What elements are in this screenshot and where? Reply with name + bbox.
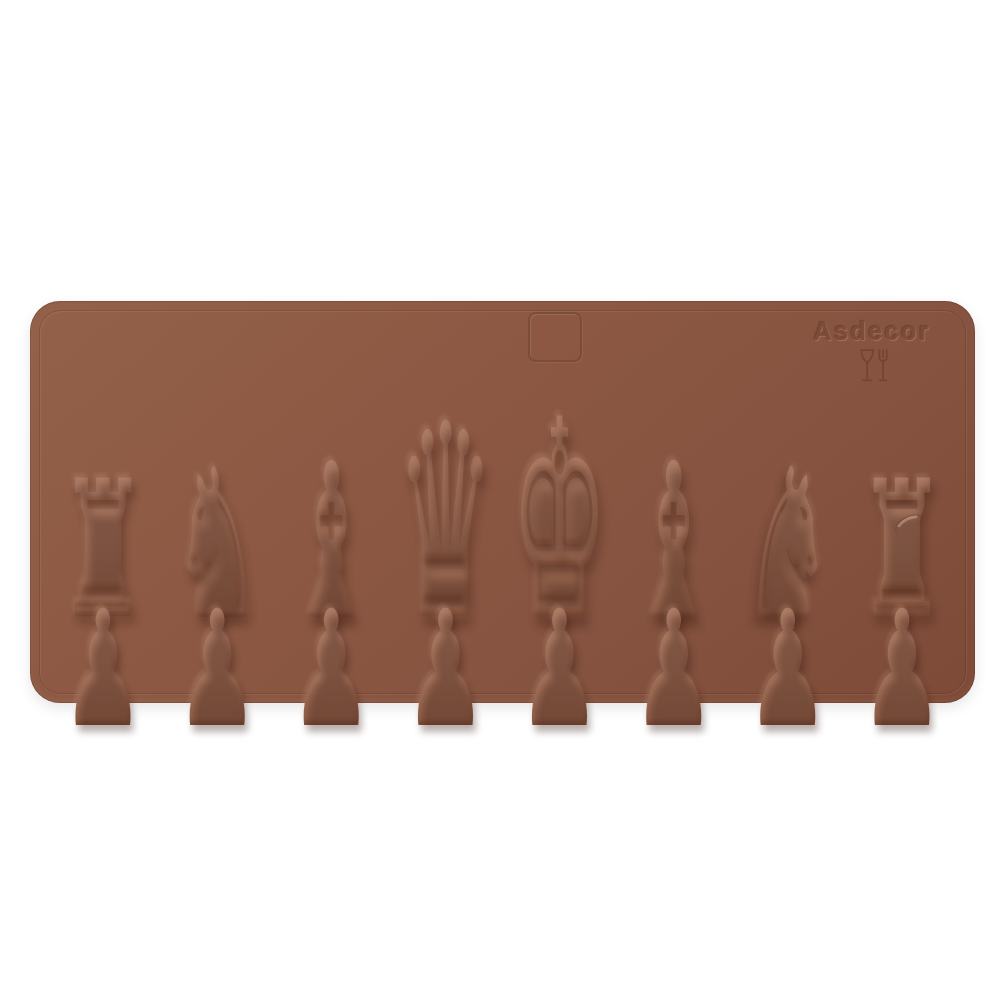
pawn-cavity: ♟ [62,590,144,751]
pawn-cavity: ♟ [176,590,258,751]
pawn-cavity: ♟ [518,590,600,751]
pawn-cavity: ♟ [632,590,714,751]
pawn-cavity: ♟ [747,590,829,751]
hanging-tab [528,312,582,362]
pawn-cavity: ♟ [861,590,943,751]
food-safe-wine-glass-and-fork-icon [857,348,889,384]
pawn-cavity: ♟ [404,590,486,751]
brand-logo-text: Asdecor [813,317,931,346]
chocolate-mold-tray: Asdecor ♜♞♝♛♚♝♞♜ ♟♟♟♟♟♟♟♟ [30,301,975,703]
pawn-cavity: ♟ [290,590,372,751]
product-photo-background: Asdecor ♜♞♝♛♚♝♞♜ ♟♟♟♟♟♟♟♟ [0,0,1001,1001]
